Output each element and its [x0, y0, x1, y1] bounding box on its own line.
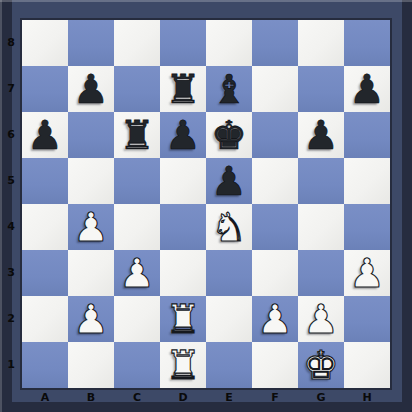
square-c4[interactable] — [114, 204, 160, 250]
file-label-b: B — [68, 390, 114, 405]
square-e6[interactable]: ♚ — [206, 112, 252, 158]
file-label-f: F — [252, 390, 298, 405]
rank-label-1: 1 — [0, 342, 22, 388]
chess-board-frame: 87654321 ♟♜♝♟♟♜♟♚♟♟♟♞♟♟♟♜♟♟♜♚ ABCDEFGH — [0, 0, 412, 412]
square-e1[interactable] — [206, 342, 252, 388]
piece-white-knight[interactable]: ♞ — [211, 204, 247, 250]
rank-label-7: 7 — [0, 66, 22, 112]
square-d7[interactable]: ♜ — [160, 66, 206, 112]
square-h6[interactable] — [344, 112, 390, 158]
square-e2[interactable] — [206, 296, 252, 342]
rank-label-2: 2 — [0, 296, 22, 342]
square-d5[interactable] — [160, 158, 206, 204]
square-b7[interactable]: ♟ — [68, 66, 114, 112]
square-d3[interactable] — [160, 250, 206, 296]
square-f7[interactable] — [252, 66, 298, 112]
square-c3[interactable]: ♟ — [114, 250, 160, 296]
piece-black-pawn[interactable]: ♟ — [165, 112, 201, 158]
square-d6[interactable]: ♟ — [160, 112, 206, 158]
file-labels: ABCDEFGH — [22, 390, 390, 405]
square-b2[interactable]: ♟ — [68, 296, 114, 342]
file-label-e: E — [206, 390, 252, 405]
piece-black-pawn[interactable]: ♟ — [349, 66, 385, 112]
square-a8[interactable] — [22, 20, 68, 66]
chess-board: ♟♜♝♟♟♜♟♚♟♟♟♞♟♟♟♜♟♟♜♚ — [22, 20, 390, 388]
piece-white-pawn[interactable]: ♟ — [119, 250, 155, 296]
file-label-a: A — [22, 390, 68, 405]
square-d4[interactable] — [160, 204, 206, 250]
square-g5[interactable] — [298, 158, 344, 204]
square-h3[interactable]: ♟ — [344, 250, 390, 296]
square-f1[interactable] — [252, 342, 298, 388]
rank-label-4: 4 — [0, 204, 22, 250]
square-c5[interactable] — [114, 158, 160, 204]
square-b4[interactable]: ♟ — [68, 204, 114, 250]
square-a5[interactable] — [22, 158, 68, 204]
piece-black-rook[interactable]: ♜ — [119, 112, 155, 158]
piece-black-pawn[interactable]: ♟ — [27, 112, 63, 158]
piece-white-pawn[interactable]: ♟ — [349, 250, 385, 296]
piece-white-pawn[interactable]: ♟ — [73, 296, 109, 342]
square-c7[interactable] — [114, 66, 160, 112]
square-e3[interactable] — [206, 250, 252, 296]
square-g6[interactable]: ♟ — [298, 112, 344, 158]
square-d1[interactable]: ♜ — [160, 342, 206, 388]
file-label-g: G — [298, 390, 344, 405]
square-h4[interactable] — [344, 204, 390, 250]
piece-white-rook[interactable]: ♜ — [165, 296, 201, 342]
piece-white-rook[interactable]: ♜ — [165, 342, 201, 388]
rank-label-3: 3 — [0, 250, 22, 296]
square-f5[interactable] — [252, 158, 298, 204]
piece-white-pawn[interactable]: ♟ — [257, 296, 293, 342]
square-h5[interactable] — [344, 158, 390, 204]
square-a3[interactable] — [22, 250, 68, 296]
square-h7[interactable]: ♟ — [344, 66, 390, 112]
square-e8[interactable] — [206, 20, 252, 66]
piece-black-pawn[interactable]: ♟ — [211, 158, 247, 204]
square-b5[interactable] — [68, 158, 114, 204]
square-e4[interactable]: ♞ — [206, 204, 252, 250]
square-g1[interactable]: ♚ — [298, 342, 344, 388]
rank-label-8: 8 — [0, 20, 22, 66]
piece-white-king[interactable]: ♚ — [303, 342, 339, 388]
square-c2[interactable] — [114, 296, 160, 342]
square-b1[interactable] — [68, 342, 114, 388]
square-e5[interactable]: ♟ — [206, 158, 252, 204]
rank-labels: 87654321 — [0, 20, 22, 388]
file-label-d: D — [160, 390, 206, 405]
square-c6[interactable]: ♜ — [114, 112, 160, 158]
square-g7[interactable] — [298, 66, 344, 112]
square-g3[interactable] — [298, 250, 344, 296]
file-label-h: H — [344, 390, 390, 405]
square-f8[interactable] — [252, 20, 298, 66]
square-f6[interactable] — [252, 112, 298, 158]
square-b8[interactable] — [68, 20, 114, 66]
piece-white-pawn[interactable]: ♟ — [303, 296, 339, 342]
square-g8[interactable] — [298, 20, 344, 66]
piece-black-king[interactable]: ♚ — [211, 112, 247, 158]
square-a4[interactable] — [22, 204, 68, 250]
rank-label-5: 5 — [0, 158, 22, 204]
square-a2[interactable] — [22, 296, 68, 342]
square-g2[interactable]: ♟ — [298, 296, 344, 342]
piece-white-pawn[interactable]: ♟ — [73, 204, 109, 250]
piece-black-rook[interactable]: ♜ — [165, 66, 201, 112]
rank-label-6: 6 — [0, 112, 22, 158]
square-h8[interactable] — [344, 20, 390, 66]
square-e7[interactable]: ♝ — [206, 66, 252, 112]
square-f2[interactable]: ♟ — [252, 296, 298, 342]
file-label-c: C — [114, 390, 160, 405]
square-d8[interactable] — [160, 20, 206, 66]
square-c8[interactable] — [114, 20, 160, 66]
square-a7[interactable] — [22, 66, 68, 112]
square-f4[interactable] — [252, 204, 298, 250]
square-h1[interactable] — [344, 342, 390, 388]
square-d2[interactable]: ♜ — [160, 296, 206, 342]
square-g4[interactable] — [298, 204, 344, 250]
square-f3[interactable] — [252, 250, 298, 296]
square-b6[interactable] — [68, 112, 114, 158]
square-a1[interactable] — [22, 342, 68, 388]
piece-black-pawn[interactable]: ♟ — [303, 112, 339, 158]
square-b3[interactable] — [68, 250, 114, 296]
square-c1[interactable] — [114, 342, 160, 388]
piece-black-pawn[interactable]: ♟ — [73, 66, 109, 112]
square-h2[interactable] — [344, 296, 390, 342]
piece-black-bishop[interactable]: ♝ — [211, 66, 247, 112]
square-a6[interactable]: ♟ — [22, 112, 68, 158]
